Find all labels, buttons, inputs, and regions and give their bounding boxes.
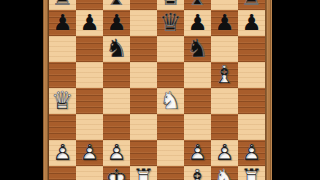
square-g1[interactable]: ♞♘ [211, 166, 238, 180]
chessboard: ♜♖♝♗♚♔♝♗♜♖♟♙♟♙♟♙♛♕♟♙♟♙♟♙♞♘♞♘♝♗♛♕♞♘♟♙♟♙♟♙… [49, 0, 265, 180]
white-pawn[interactable]: ♟♙ [211, 140, 238, 166]
black-rook[interactable]: ♜♖ [238, 0, 265, 10]
square-h7[interactable]: ♟♙ [238, 10, 265, 36]
white-king[interactable]: ♚♔ [103, 166, 130, 180]
black-king[interactable]: ♚♔ [157, 0, 184, 10]
square-d7[interactable] [130, 10, 157, 36]
white-rook[interactable]: ♜♖ [238, 166, 265, 180]
white-rook[interactable]: ♜♖ [130, 166, 157, 180]
square-e8[interactable]: ♚♔ [157, 0, 184, 10]
square-b7[interactable]: ♟♙ [76, 10, 103, 36]
black-bishop[interactable]: ♝♗ [103, 0, 130, 10]
white-pawn[interactable]: ♟♙ [184, 140, 211, 166]
square-e6[interactable] [157, 36, 184, 62]
square-f8[interactable]: ♝♗ [184, 0, 211, 10]
square-d1[interactable]: ♜♖ [130, 166, 157, 180]
square-f7[interactable]: ♟♙ [184, 10, 211, 36]
square-a2[interactable]: ♟♙ [49, 140, 76, 166]
square-a8[interactable]: ♜♖ [49, 0, 76, 10]
white-pawn[interactable]: ♟♙ [103, 140, 130, 166]
square-e3[interactable] [157, 114, 184, 140]
square-e1[interactable] [157, 166, 184, 180]
square-f2[interactable]: ♟♙ [184, 140, 211, 166]
square-e4[interactable]: ♞♘ [157, 88, 184, 114]
black-pawn[interactable]: ♟♙ [103, 10, 130, 36]
square-h2[interactable]: ♟♙ [238, 140, 265, 166]
white-pawn[interactable]: ♟♙ [238, 140, 265, 166]
black-queen[interactable]: ♛♕ [157, 10, 184, 36]
white-knight[interactable]: ♞♘ [211, 166, 238, 180]
square-d6[interactable] [130, 36, 157, 62]
square-c4[interactable] [103, 88, 130, 114]
square-d2[interactable] [130, 140, 157, 166]
chess-diagram: ♜♖♝♗♚♔♝♗♜♖♟♙♟♙♟♙♛♕♟♙♟♙♟♙♞♘♞♘♝♗♛♕♞♘♟♙♟♙♟♙… [0, 0, 320, 180]
square-h3[interactable] [238, 114, 265, 140]
white-pawn[interactable]: ♟♙ [76, 140, 103, 166]
square-h6[interactable] [238, 36, 265, 62]
white-bishop[interactable]: ♝♗ [211, 62, 238, 88]
square-a5[interactable] [49, 62, 76, 88]
square-c3[interactable] [103, 114, 130, 140]
white-bishop[interactable]: ♝♗ [184, 166, 211, 180]
square-c2[interactable]: ♟♙ [103, 140, 130, 166]
square-b5[interactable] [76, 62, 103, 88]
square-d5[interactable] [130, 62, 157, 88]
square-f4[interactable] [184, 88, 211, 114]
square-g6[interactable] [211, 36, 238, 62]
square-f5[interactable] [184, 62, 211, 88]
square-g8[interactable] [211, 0, 238, 10]
square-g3[interactable] [211, 114, 238, 140]
square-c7[interactable]: ♟♙ [103, 10, 130, 36]
square-f6[interactable]: ♞♘ [184, 36, 211, 62]
square-a6[interactable] [49, 36, 76, 62]
square-h1[interactable]: ♜♖ [238, 166, 265, 180]
square-b3[interactable] [76, 114, 103, 140]
white-pawn[interactable]: ♟♙ [49, 140, 76, 166]
square-c1[interactable]: ♚♔ [103, 166, 130, 180]
square-c8[interactable]: ♝♗ [103, 0, 130, 10]
square-h8[interactable]: ♜♖ [238, 0, 265, 10]
square-g5[interactable]: ♝♗ [211, 62, 238, 88]
white-queen[interactable]: ♛♕ [49, 88, 76, 114]
square-c5[interactable] [103, 62, 130, 88]
square-h4[interactable] [238, 88, 265, 114]
square-b4[interactable] [76, 88, 103, 114]
square-a3[interactable] [49, 114, 76, 140]
black-pawn[interactable]: ♟♙ [211, 10, 238, 36]
square-h5[interactable] [238, 62, 265, 88]
black-pawn[interactable]: ♟♙ [49, 10, 76, 36]
square-b1[interactable] [76, 166, 103, 180]
black-knight[interactable]: ♞♘ [184, 36, 211, 62]
square-f3[interactable] [184, 114, 211, 140]
square-d8[interactable] [130, 0, 157, 10]
square-a4[interactable]: ♛♕ [49, 88, 76, 114]
square-d4[interactable] [130, 88, 157, 114]
square-c6[interactable]: ♞♘ [103, 36, 130, 62]
black-pawn[interactable]: ♟♙ [184, 10, 211, 36]
square-g2[interactable]: ♟♙ [211, 140, 238, 166]
square-f1[interactable]: ♝♗ [184, 166, 211, 180]
square-b6[interactable] [76, 36, 103, 62]
square-g4[interactable] [211, 88, 238, 114]
black-pawn[interactable]: ♟♙ [238, 10, 265, 36]
square-a7[interactable]: ♟♙ [49, 10, 76, 36]
black-rook[interactable]: ♜♖ [49, 0, 76, 10]
square-e5[interactable] [157, 62, 184, 88]
black-bishop[interactable]: ♝♗ [184, 0, 211, 10]
black-knight[interactable]: ♞♘ [103, 36, 130, 62]
black-pawn[interactable]: ♟♙ [76, 10, 103, 36]
square-e2[interactable] [157, 140, 184, 166]
square-d3[interactable] [130, 114, 157, 140]
white-knight[interactable]: ♞♘ [157, 88, 184, 114]
square-b2[interactable]: ♟♙ [76, 140, 103, 166]
square-e7[interactable]: ♛♕ [157, 10, 184, 36]
square-g7[interactable]: ♟♙ [211, 10, 238, 36]
board-frame-right [265, 0, 272, 180]
square-b8[interactable] [76, 0, 103, 10]
square-a1[interactable] [49, 166, 76, 180]
